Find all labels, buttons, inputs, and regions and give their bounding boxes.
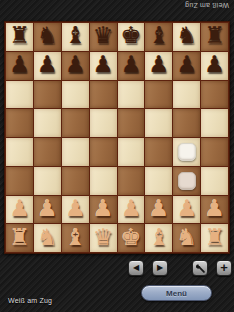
add-button[interactable]: + bbox=[216, 260, 232, 276]
piece-white-pawn: ♟ bbox=[93, 197, 114, 220]
square-c8[interactable]: ♝ bbox=[62, 23, 89, 51]
piece-black-pawn: ♟ bbox=[65, 53, 86, 76]
piece-white-knight: ♞ bbox=[176, 226, 197, 249]
right-triangle-icon: ▶ bbox=[157, 264, 163, 272]
piece-white-rook: ♜ bbox=[9, 226, 30, 249]
square-b2[interactable]: ♟ bbox=[34, 196, 61, 224]
square-c6[interactable] bbox=[62, 81, 89, 109]
left-triangle-icon: ◀ bbox=[133, 264, 139, 272]
square-e2[interactable]: ♟ bbox=[118, 196, 145, 224]
square-f8[interactable]: ♝ bbox=[145, 23, 172, 51]
piece-white-pawn: ♟ bbox=[37, 197, 58, 220]
piece-black-knight: ♞ bbox=[176, 24, 197, 47]
square-a1[interactable]: ♜ bbox=[6, 224, 33, 252]
piece-black-pawn: ♟ bbox=[37, 53, 58, 76]
square-e6[interactable] bbox=[118, 81, 145, 109]
square-e1[interactable]: ♚ bbox=[118, 224, 145, 252]
square-h1[interactable]: ♜ bbox=[201, 224, 228, 252]
piece-white-bishop: ♝ bbox=[149, 226, 170, 249]
plus-icon: + bbox=[220, 261, 228, 274]
square-h2[interactable]: ♟ bbox=[201, 196, 228, 224]
square-d5[interactable] bbox=[90, 109, 117, 137]
piece-white-rook: ♜ bbox=[204, 226, 225, 249]
square-b1[interactable]: ♞ bbox=[34, 224, 61, 252]
square-f4[interactable] bbox=[145, 138, 172, 166]
turn-status-label: Weiß am Zug bbox=[8, 297, 52, 304]
square-c7[interactable]: ♟ bbox=[62, 52, 89, 80]
square-h3[interactable] bbox=[201, 167, 228, 195]
piece-black-pawn: ♟ bbox=[176, 53, 197, 76]
square-d7[interactable]: ♟ bbox=[90, 52, 117, 80]
square-a8[interactable]: ♜ bbox=[6, 23, 33, 51]
piece-black-queen: ♛ bbox=[93, 24, 114, 47]
square-b5[interactable] bbox=[34, 109, 61, 137]
square-d8[interactable]: ♛ bbox=[90, 23, 117, 51]
piece-white-pawn: ♟ bbox=[9, 197, 30, 220]
square-a4[interactable] bbox=[6, 138, 33, 166]
move-hint-g3[interactable] bbox=[178, 172, 196, 190]
piece-black-knight: ♞ bbox=[37, 24, 58, 47]
piece-white-bishop: ♝ bbox=[65, 226, 86, 249]
piece-white-pawn: ♟ bbox=[65, 197, 86, 220]
square-f1[interactable]: ♝ bbox=[145, 224, 172, 252]
piece-black-rook: ♜ bbox=[204, 24, 225, 47]
piece-black-king: ♚ bbox=[121, 24, 142, 47]
square-f6[interactable] bbox=[145, 81, 172, 109]
square-g7[interactable]: ♟ bbox=[173, 52, 200, 80]
square-c1[interactable]: ♝ bbox=[62, 224, 89, 252]
step-forward-button[interactable]: ▶ bbox=[152, 260, 168, 276]
square-c3[interactable] bbox=[62, 167, 89, 195]
square-b7[interactable]: ♟ bbox=[34, 52, 61, 80]
square-d6[interactable] bbox=[90, 81, 117, 109]
square-a2[interactable]: ♟ bbox=[6, 196, 33, 224]
square-f5[interactable] bbox=[145, 109, 172, 137]
step-back-button[interactable]: ◀ bbox=[128, 260, 144, 276]
square-b3[interactable] bbox=[34, 167, 61, 195]
piece-white-pawn: ♟ bbox=[204, 197, 225, 220]
piece-white-king: ♚ bbox=[121, 226, 142, 249]
tools-button[interactable] bbox=[192, 260, 208, 276]
square-a6[interactable] bbox=[6, 81, 33, 109]
square-b6[interactable] bbox=[34, 81, 61, 109]
square-h7[interactable]: ♟ bbox=[201, 52, 228, 80]
square-g5[interactable] bbox=[173, 109, 200, 137]
piece-white-pawn: ♟ bbox=[176, 197, 197, 220]
piece-black-pawn: ♟ bbox=[204, 53, 225, 76]
app-screen: Weiß am Zug ♜♞♝♛♚♝♞♜♟♟♟♟♟♟♟♟♟♟♟♟♟♟♟♟♜♞♝♛… bbox=[0, 0, 234, 312]
piece-black-pawn: ♟ bbox=[93, 53, 114, 76]
square-e7[interactable]: ♟ bbox=[118, 52, 145, 80]
square-e4[interactable] bbox=[118, 138, 145, 166]
square-g3[interactable] bbox=[173, 167, 200, 195]
square-a5[interactable] bbox=[6, 109, 33, 137]
square-d4[interactable] bbox=[90, 138, 117, 166]
square-b4[interactable] bbox=[34, 138, 61, 166]
square-f7[interactable]: ♟ bbox=[145, 52, 172, 80]
square-g1[interactable]: ♞ bbox=[173, 224, 200, 252]
square-g6[interactable] bbox=[173, 81, 200, 109]
square-h6[interactable] bbox=[201, 81, 228, 109]
square-a3[interactable] bbox=[6, 167, 33, 195]
menu-button[interactable]: Menü bbox=[141, 285, 212, 301]
opponent-turn-label: Weiß am Zug bbox=[185, 2, 229, 9]
square-f3[interactable] bbox=[145, 167, 172, 195]
square-g4[interactable] bbox=[173, 138, 200, 166]
square-d1[interactable]: ♛ bbox=[90, 224, 117, 252]
piece-white-pawn: ♟ bbox=[121, 197, 142, 220]
square-c4[interactable] bbox=[62, 138, 89, 166]
square-c5[interactable] bbox=[62, 109, 89, 137]
square-b8[interactable]: ♞ bbox=[34, 23, 61, 51]
square-e5[interactable] bbox=[118, 109, 145, 137]
square-h4[interactable] bbox=[201, 138, 228, 166]
square-h5[interactable] bbox=[201, 109, 228, 137]
piece-black-rook: ♜ bbox=[9, 24, 30, 47]
move-hint-g4[interactable] bbox=[178, 143, 196, 161]
square-a7[interactable]: ♟ bbox=[6, 52, 33, 80]
square-f2[interactable]: ♟ bbox=[145, 196, 172, 224]
square-e3[interactable] bbox=[118, 167, 145, 195]
square-g2[interactable]: ♟ bbox=[173, 196, 200, 224]
square-e8[interactable]: ♚ bbox=[118, 23, 145, 51]
piece-black-pawn: ♟ bbox=[149, 53, 170, 76]
piece-black-bishop: ♝ bbox=[65, 24, 86, 47]
piece-black-pawn: ♟ bbox=[121, 53, 142, 76]
piece-white-queen: ♛ bbox=[93, 226, 114, 249]
piece-white-pawn: ♟ bbox=[149, 197, 170, 220]
square-d2[interactable]: ♟ bbox=[90, 196, 117, 224]
square-d3[interactable] bbox=[90, 167, 117, 195]
square-c2[interactable]: ♟ bbox=[62, 196, 89, 224]
chess-board: ♜♞♝♛♚♝♞♜♟♟♟♟♟♟♟♟♟♟♟♟♟♟♟♟♜♞♝♛♚♝♞♜ bbox=[4, 21, 230, 254]
square-g8[interactable]: ♞ bbox=[173, 23, 200, 51]
wrench-icon bbox=[195, 263, 206, 274]
piece-black-bishop: ♝ bbox=[149, 24, 170, 47]
square-h8[interactable]: ♜ bbox=[201, 23, 228, 51]
piece-black-pawn: ♟ bbox=[9, 53, 30, 76]
piece-white-knight: ♞ bbox=[37, 226, 58, 249]
